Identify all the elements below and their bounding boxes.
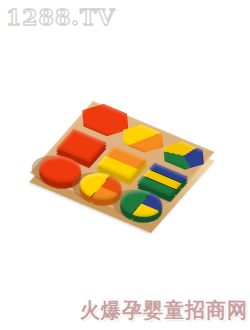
puzzle-board xyxy=(29,101,214,224)
shape-puzzle-toy xyxy=(0,0,250,330)
product-photo: 1288.TV 火爆孕婴童招商网 xyxy=(0,0,250,330)
site-caption: 火爆孕婴童招商网 xyxy=(80,297,248,324)
